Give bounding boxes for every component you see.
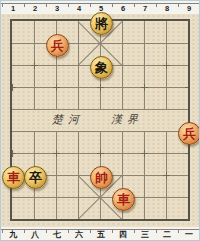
xiangqi-board-window: 123456789 楚河 漢界 將兵象兵車卒帥車 九八七六五四三二一	[0, 0, 200, 241]
ruler-tick	[90, 229, 91, 233]
piece-char: 帥	[95, 171, 108, 184]
piece-char: 將	[95, 17, 108, 30]
file-label-top-7: 7	[137, 4, 153, 14]
ruler-tick	[112, 3, 113, 7]
ruler-tick	[68, 229, 69, 233]
piece-red-general[interactable]: 帥	[90, 166, 113, 189]
ruler-tick	[46, 229, 47, 233]
piece-char: 卒	[29, 171, 42, 184]
file-label-bottom-2: 八	[27, 230, 43, 240]
piece-black-soldier[interactable]: 卒	[24, 166, 47, 189]
file-label-bottom-5: 五	[93, 230, 109, 240]
ruler-tick	[2, 3, 3, 7]
file-label-bottom-9: 一	[181, 230, 197, 240]
file-label-bottom-1: 九	[5, 230, 21, 240]
piece-black-general[interactable]: 將	[90, 12, 113, 35]
file-label-bottom-7: 三	[137, 230, 153, 240]
ruler-tick	[24, 229, 25, 233]
piece-char: 象	[95, 61, 108, 74]
piece-black-elephant[interactable]: 象	[90, 56, 113, 79]
file-label-bottom-3: 七	[49, 230, 65, 240]
file-ruler-bottom: 九八七六五四三二一	[1, 227, 199, 240]
ruler-tick	[90, 3, 91, 7]
file-label-top-2: 2	[27, 4, 43, 14]
file-label-bottom-6: 四	[115, 230, 131, 240]
piece-red-soldier-a[interactable]: 兵	[46, 34, 69, 57]
piece-red-chariot-b[interactable]: 車	[112, 188, 135, 211]
ruler-tick	[178, 229, 179, 233]
ruler-tick	[68, 3, 69, 7]
ruler-tick	[178, 3, 179, 7]
piece-char: 兵	[51, 39, 64, 52]
file-label-top-8: 8	[159, 4, 175, 14]
file-label-bottom-8: 二	[159, 230, 175, 240]
ruler-tick	[46, 3, 47, 7]
file-label-top-4: 4	[71, 4, 87, 14]
piece-char: 兵	[183, 127, 196, 140]
ruler-tick	[112, 229, 113, 233]
ruler-tick	[134, 3, 135, 7]
ruler-tick	[156, 229, 157, 233]
file-label-top-1: 1	[5, 4, 21, 14]
ruler-tick	[2, 229, 3, 233]
file-label-bottom-4: 六	[71, 230, 87, 240]
piece-char: 車	[117, 193, 130, 206]
board[interactable]: 楚河 漢界 將兵象兵車卒帥車	[1, 14, 199, 227]
file-label-top-6: 6	[115, 4, 131, 14]
ruler-tick	[134, 229, 135, 233]
piece-char: 車	[7, 171, 20, 184]
ruler-tick	[24, 3, 25, 7]
piece-red-chariot-a[interactable]: 車	[2, 166, 25, 189]
ruler-tick	[156, 3, 157, 7]
pieces-layer: 將兵象兵車卒帥車	[12, 21, 188, 219]
file-label-top-3: 3	[49, 4, 65, 14]
file-label-top-9: 9	[181, 4, 197, 14]
piece-red-soldier-b[interactable]: 兵	[178, 122, 200, 145]
